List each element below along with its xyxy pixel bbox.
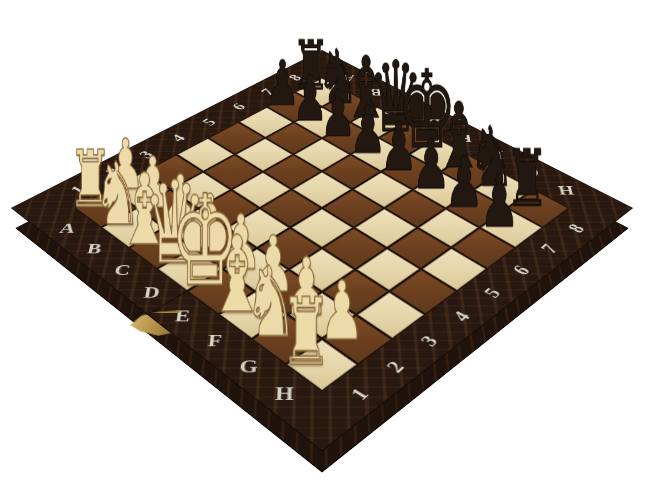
file-label-d-near: D (142, 284, 161, 301)
photo-scene: ♜♞♝♛♚♝♞♜♟♟♟♟♟♟♟♟♟♟♟♟♟♟♟♟♜♞♝♛♚♝♞♜ AABBCCD… (0, 0, 646, 480)
rank-label-2-right: 2 (381, 357, 410, 376)
file-label-h-near: H (275, 384, 295, 405)
rank-label-6-left: 6 (229, 101, 250, 112)
file-label-h-far: H (557, 183, 576, 197)
piece-black-pawn-h7[interactable]: ♟ (479, 168, 519, 236)
piece-white-rook-h1[interactable]: ♜ (281, 288, 332, 376)
square-d5[interactable] (293, 172, 351, 207)
file-label-e-near: E (174, 307, 191, 325)
rank-label-5-left: 5 (199, 117, 220, 128)
rank-label-4-right: 4 (448, 308, 476, 325)
file-label-a-near: A (58, 221, 77, 236)
rank-label-6-right: 6 (508, 263, 535, 279)
rank-label-5-right: 5 (479, 285, 506, 302)
rank-label-7-right: 7 (537, 241, 563, 256)
rank-label-8-right: 8 (564, 221, 590, 235)
rank-label-1-right: 1 (345, 384, 374, 404)
file-label-f-near: F (207, 332, 223, 351)
file-label-b-near: B (85, 241, 103, 256)
rank-label-3-right: 3 (415, 332, 443, 350)
file-label-c-near: C (113, 262, 132, 278)
file-label-g-near: G (239, 357, 259, 377)
board-frame: ♜♞♝♛♚♝♞♜♟♟♟♟♟♟♟♟♟♟♟♟♟♟♟♟♜♞♝♛♚♝♞♜ AABBCCD… (11, 50, 633, 451)
chess-board: ♜♞♝♛♚♝♞♜♟♟♟♟♟♟♟♟♟♟♟♟♟♟♟♟♜♞♝♛♚♝♞♜ AABBCCD… (11, 50, 633, 451)
